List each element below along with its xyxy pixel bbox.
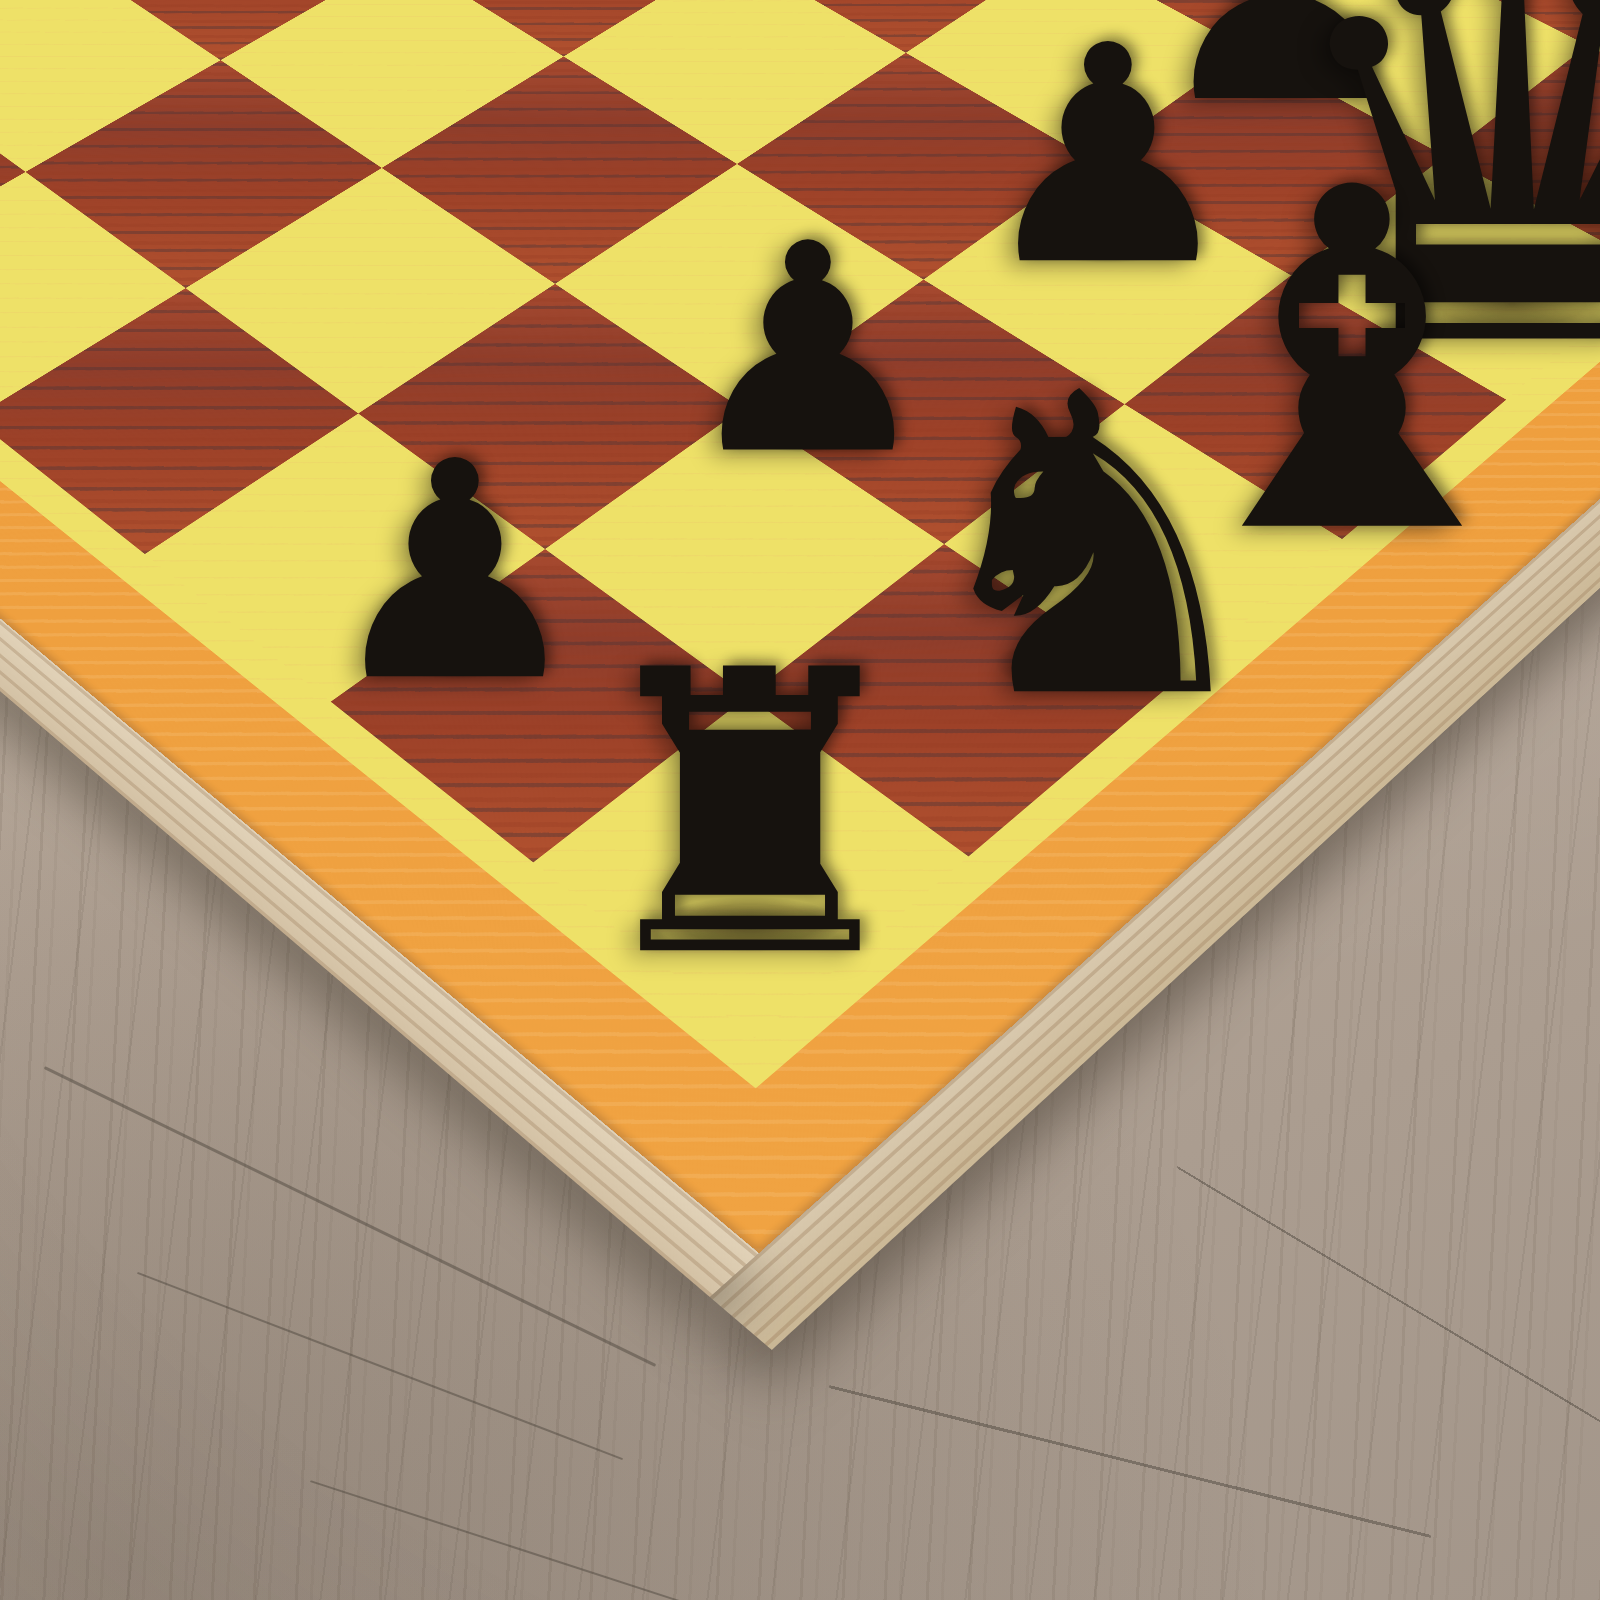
piece-pawn-a7[interactable]: ♟	[321, 423, 590, 723]
piece-rook-a8[interactable]: ♜	[575, 620, 925, 1010]
piece-pawn-b7[interactable]: ♟	[679, 206, 937, 494]
photo-scene: ♟♟♛♟♝♟♞♜	[0, 0, 1600, 1600]
piece-knight-b8[interactable]: ♞	[906, 340, 1278, 755]
